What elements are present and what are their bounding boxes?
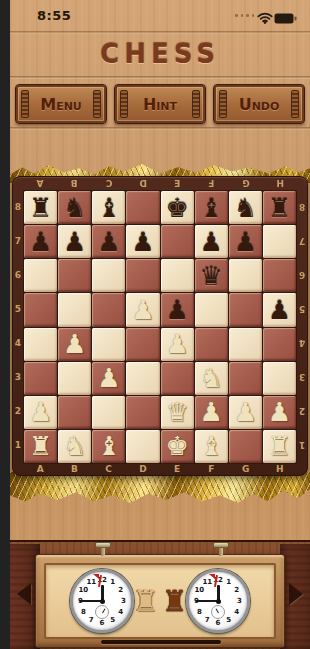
clock-plunger-left[interactable] xyxy=(95,542,111,548)
button-ornament xyxy=(219,90,227,118)
square-b2[interactable] xyxy=(58,396,91,429)
square-e8[interactable]: ♚ xyxy=(161,191,194,224)
piece-white-pawn[interactable]: ♟ xyxy=(131,297,154,323)
next-move-button[interactable] xyxy=(289,583,303,605)
coordinate-label: 8 xyxy=(13,190,23,224)
square-a6[interactable] xyxy=(24,259,57,292)
square-h6[interactable] xyxy=(263,259,296,292)
chess-board: ABCDEFGH 87654321 87654321 ♜♞♝♚♝♞♜♟♟♟♟♟♟… xyxy=(12,176,308,476)
piece-white-pawn[interactable]: ♟ xyxy=(63,331,86,357)
square-d3[interactable] xyxy=(126,362,159,395)
wifi-icon xyxy=(257,9,273,28)
square-b6[interactable] xyxy=(58,259,91,292)
clock-numeral: 11 xyxy=(202,578,212,586)
piece-black-rook[interactable]: ♜ xyxy=(29,195,52,221)
coordinate-label: 7 xyxy=(13,224,23,258)
piece-white-pawn[interactable]: ♟ xyxy=(200,399,223,425)
clock-numeral: 4 xyxy=(234,608,239,616)
square-d5[interactable]: ♟ xyxy=(126,293,159,326)
piece-white-pawn[interactable]: ♟ xyxy=(97,365,120,391)
square-e6[interactable] xyxy=(161,259,194,292)
undo-button-label: Undo xyxy=(227,95,291,114)
clock-center-cap xyxy=(216,599,221,604)
square-d1[interactable] xyxy=(126,430,159,463)
piece-white-rook[interactable]: ♜ xyxy=(29,433,52,459)
square-c5[interactable] xyxy=(92,293,125,326)
clock-numeral: 10 xyxy=(195,586,205,594)
square-e3[interactable] xyxy=(161,362,194,395)
square-g3[interactable] xyxy=(229,362,262,395)
coordinate-label: 1 xyxy=(297,428,307,462)
square-a5[interactable] xyxy=(24,293,57,326)
coordinate-label: 2 xyxy=(297,394,307,428)
status-time: 8:55 xyxy=(37,8,71,23)
menu-button-label: Menu xyxy=(29,95,93,114)
clock-numeral: 10 xyxy=(79,586,89,594)
clock-numeral: 11 xyxy=(86,578,96,586)
square-f5[interactable] xyxy=(195,293,228,326)
piece-black-queen[interactable]: ♛ xyxy=(200,263,223,289)
piece-white-bishop[interactable]: ♝ xyxy=(97,433,120,459)
coordinate-label: 5 xyxy=(13,292,23,326)
coordinate-label: 7 xyxy=(297,224,307,258)
piece-black-pawn[interactable]: ♟ xyxy=(200,229,223,255)
square-e1[interactable]: ♚ xyxy=(161,430,194,463)
piece-white-knight[interactable]: ♞ xyxy=(63,433,86,459)
square-d7[interactable]: ♟ xyxy=(126,225,159,258)
piece-black-knight[interactable]: ♞ xyxy=(234,195,257,221)
coordinate-label: F xyxy=(194,462,228,475)
piece-white-queen[interactable]: ♛ xyxy=(165,399,188,425)
piece-white-knight[interactable]: ♞ xyxy=(200,365,223,391)
coordinate-label: D xyxy=(126,177,160,190)
square-h8[interactable]: ♜ xyxy=(263,191,296,224)
clock-plunger-right[interactable] xyxy=(213,542,229,548)
coordinate-label: 4 xyxy=(297,326,307,360)
square-c3[interactable]: ♟ xyxy=(92,362,125,395)
square-g1[interactable] xyxy=(229,430,262,463)
piece-white-pawn[interactable]: ♟ xyxy=(268,399,291,425)
status-bar: 8:55 xyxy=(10,0,310,32)
clock-numeral: 8 xyxy=(197,608,202,616)
square-g8[interactable]: ♞ xyxy=(229,191,262,224)
square-f2[interactable]: ♟ xyxy=(195,396,228,429)
gold-foil-bottom xyxy=(10,472,310,503)
piece-white-pawn[interactable]: ♟ xyxy=(29,399,52,425)
coordinate-label: B xyxy=(57,177,91,190)
toolbar: Menu Hint Undo xyxy=(10,84,310,124)
square-f4[interactable] xyxy=(195,328,228,361)
square-f1[interactable]: ♝ xyxy=(195,430,228,463)
square-f3[interactable]: ♞ xyxy=(195,362,228,395)
square-e4[interactable]: ♟ xyxy=(161,328,194,361)
square-h5[interactable]: ♟ xyxy=(263,293,296,326)
square-a2[interactable]: ♟ xyxy=(24,396,57,429)
clock-numeral: 7 xyxy=(89,616,94,624)
square-c4[interactable] xyxy=(92,328,125,361)
square-a4[interactable] xyxy=(24,328,57,361)
coordinate-label: 6 xyxy=(13,258,23,292)
coordinate-label: A xyxy=(23,177,57,190)
chess-app: 8:55 CHESS Menu xyxy=(10,0,310,649)
square-b3[interactable] xyxy=(58,362,91,395)
square-d2[interactable] xyxy=(126,396,159,429)
button-ornament xyxy=(291,90,299,118)
square-g4[interactable] xyxy=(229,328,262,361)
square-h7[interactable] xyxy=(263,225,296,258)
rank-labels-right: 87654321 xyxy=(297,190,307,462)
square-c8[interactable]: ♝ xyxy=(92,191,125,224)
clock-numeral: 1 xyxy=(110,578,115,586)
minute-hand xyxy=(79,600,102,602)
coordinate-label: H xyxy=(263,177,297,190)
square-b1[interactable]: ♞ xyxy=(58,430,91,463)
piece-black-pawn[interactable]: ♟ xyxy=(234,229,257,255)
file-labels-top: ABCDEFGH xyxy=(23,177,297,190)
coordinate-label: A xyxy=(23,462,57,475)
button-ornament xyxy=(192,90,200,118)
coordinate-label: 3 xyxy=(297,360,307,394)
piece-black-bishop[interactable]: ♝ xyxy=(200,195,223,221)
header: CHESS xyxy=(10,32,310,76)
chess-clock: 121234567891011 ♜ ♜ 121234567891011 xyxy=(35,554,285,648)
coordinate-label: 5 xyxy=(297,292,307,326)
square-b5[interactable] xyxy=(58,293,91,326)
square-c2[interactable] xyxy=(92,396,125,429)
seconds-subdial xyxy=(95,605,109,619)
piece-black-pawn[interactable]: ♟ xyxy=(131,229,154,255)
app-title: CHESS xyxy=(100,39,220,69)
coordinate-label: 4 xyxy=(13,326,23,360)
square-h2[interactable]: ♟ xyxy=(263,396,296,429)
square-g7[interactable]: ♟ xyxy=(229,225,262,258)
clock-numeral: 8 xyxy=(81,608,86,616)
black-clock: 121234567891011 xyxy=(186,569,250,633)
piece-white-pawn[interactable]: ♟ xyxy=(165,331,188,357)
piece-black-bishop[interactable]: ♝ xyxy=(97,195,120,221)
square-g5[interactable] xyxy=(229,293,262,326)
square-h3[interactable] xyxy=(263,362,296,395)
clock-numeral: 7 xyxy=(205,616,210,624)
square-b7[interactable]: ♟ xyxy=(58,225,91,258)
clock-numeral: 3 xyxy=(121,597,126,605)
piece-white-pawn[interactable]: ♟ xyxy=(234,399,257,425)
square-b8[interactable]: ♞ xyxy=(58,191,91,224)
clock-center-cap xyxy=(100,599,105,604)
clock-numeral: 6 xyxy=(216,619,221,627)
piece-black-king[interactable]: ♚ xyxy=(165,195,188,221)
square-f6[interactable]: ♛ xyxy=(195,259,228,292)
coordinate-label: D xyxy=(126,462,160,475)
square-g2[interactable]: ♟ xyxy=(229,396,262,429)
white-rook-icon: ♜ xyxy=(133,587,159,616)
previous-move-button[interactable] xyxy=(17,583,31,605)
square-b4[interactable]: ♟ xyxy=(58,328,91,361)
clock-piece-tray: ♜ ♜ xyxy=(134,587,186,616)
wood-seam xyxy=(10,127,310,130)
clock-section: 121234567891011 ♜ ♜ 121234567891011 xyxy=(10,540,310,649)
cellular-signal-icon xyxy=(235,14,254,17)
square-h1[interactable]: ♜ xyxy=(263,430,296,463)
coordinate-label: E xyxy=(160,177,194,190)
piece-black-rook[interactable]: ♜ xyxy=(268,195,291,221)
white-clock: 121234567891011 xyxy=(70,569,134,633)
piece-white-king[interactable]: ♚ xyxy=(165,433,188,459)
clock-numeral: 5 xyxy=(110,616,115,624)
square-d6[interactable] xyxy=(126,259,159,292)
piece-black-pawn[interactable]: ♟ xyxy=(97,229,120,255)
clock-numeral: 4 xyxy=(118,608,123,616)
piece-black-pawn[interactable]: ♟ xyxy=(268,297,291,323)
square-d4[interactable] xyxy=(126,328,159,361)
square-a3[interactable] xyxy=(24,362,57,395)
piece-black-pawn[interactable]: ♟ xyxy=(63,229,86,255)
battery-icon xyxy=(274,9,297,28)
coordinate-label: F xyxy=(194,177,228,190)
coordinate-label: 2 xyxy=(13,394,23,428)
wood-seam xyxy=(10,76,310,79)
clock-box-groove xyxy=(101,640,221,644)
coordinate-label: B xyxy=(57,462,91,475)
clock-numeral: 2 xyxy=(118,586,123,594)
coordinate-label: 1 xyxy=(13,428,23,462)
seconds-subdial xyxy=(211,605,225,619)
coordinate-label: C xyxy=(92,177,126,190)
clock-face-panel: 121234567891011 ♜ ♜ 121234567891011 xyxy=(44,563,276,639)
square-a8[interactable]: ♜ xyxy=(24,191,57,224)
piece-black-knight[interactable]: ♞ xyxy=(63,195,86,221)
rank-labels-left: 87654321 xyxy=(13,190,23,462)
clock-numeral: 6 xyxy=(100,619,105,627)
minute-hand xyxy=(195,600,218,602)
clock-numeral: 3 xyxy=(237,597,242,605)
coordinate-label: E xyxy=(160,462,194,475)
square-a7[interactable]: ♟ xyxy=(24,225,57,258)
coordinate-label: 8 xyxy=(297,190,307,224)
piece-black-pawn[interactable]: ♟ xyxy=(29,229,52,255)
coordinate-label: H xyxy=(263,462,297,475)
black-rook-icon: ♜ xyxy=(162,587,188,616)
square-e2[interactable]: ♛ xyxy=(161,396,194,429)
square-g6[interactable] xyxy=(229,259,262,292)
piece-black-pawn[interactable]: ♟ xyxy=(165,297,188,323)
coordinate-label: G xyxy=(229,462,263,475)
hint-button-label: Hint xyxy=(128,95,192,114)
file-labels-bottom: ABCDEFGH xyxy=(23,462,297,475)
square-a1[interactable]: ♜ xyxy=(24,430,57,463)
piece-white-bishop[interactable]: ♝ xyxy=(200,433,223,459)
square-c6[interactable] xyxy=(92,259,125,292)
coordinate-label: 6 xyxy=(297,258,307,292)
undo-button[interactable]: Undo xyxy=(213,84,305,124)
square-e7[interactable] xyxy=(161,225,194,258)
clock-numeral: 2 xyxy=(234,586,239,594)
button-ornament xyxy=(120,90,128,118)
square-h4[interactable] xyxy=(263,328,296,361)
square-c7[interactable]: ♟ xyxy=(92,225,125,258)
square-f7[interactable]: ♟ xyxy=(195,225,228,258)
coordinate-label: 3 xyxy=(13,360,23,394)
clock-numeral: 1 xyxy=(226,578,231,586)
coordinate-label: C xyxy=(92,462,126,475)
hint-button[interactable]: Hint xyxy=(114,84,206,124)
menu-button[interactable]: Menu xyxy=(15,84,107,124)
button-ornament xyxy=(21,90,29,118)
board-grid[interactable]: ♜♞♝♚♝♞♜♟♟♟♟♟♟♛♟♟♟♟♟♟♞♟♛♟♟♟♜♞♝♚♝♜ xyxy=(23,190,297,464)
square-f8[interactable]: ♝ xyxy=(195,191,228,224)
coordinate-label: G xyxy=(229,177,263,190)
square-e5[interactable]: ♟ xyxy=(161,293,194,326)
clock-numeral: 5 xyxy=(226,616,231,624)
piece-white-rook[interactable]: ♜ xyxy=(268,433,291,459)
square-d8[interactable] xyxy=(126,191,159,224)
button-ornament xyxy=(93,90,101,118)
square-c1[interactable]: ♝ xyxy=(92,430,125,463)
